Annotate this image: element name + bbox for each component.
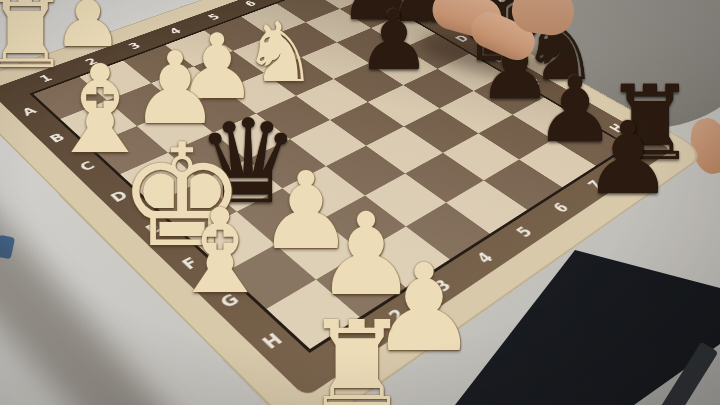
photo-scene: AA88BB77CC66DD55EE44FF33GG22HH11 ♜♟♝♟♟♞♚…: [0, 0, 720, 405]
label-file-b-bottom: B: [47, 132, 67, 145]
label-file-d-bottom: D: [108, 189, 130, 204]
label-file-g-top: G: [565, 98, 584, 109]
label-file-a-bottom: A: [20, 105, 39, 117]
label-rank-6-right: 6: [551, 201, 572, 215]
label-rank-7-right: 7: [585, 179, 605, 192]
label-file-h-top: H: [607, 122, 627, 134]
label-file-h-bottom: H: [259, 331, 285, 351]
label-rank-1-right: 1: [336, 338, 360, 357]
label-rank-8-right: 8: [618, 158, 638, 170]
label-rank-2-right: 2: [386, 307, 410, 325]
player-second-hand: [686, 114, 720, 177]
label-file-f-bottom: F: [179, 255, 201, 271]
label-rank-3-left: 3: [126, 41, 143, 50]
label-file-b-top: B: [388, 0, 404, 5]
label-rank-6-left: 6: [243, 0, 259, 8]
label-file-c-bottom: C: [77, 160, 97, 173]
label-rank-3-right: 3: [431, 277, 454, 294]
label-file-g-bottom: G: [217, 292, 242, 311]
label-rank-4-left: 4: [167, 27, 183, 36]
label-rank-4-right: 4: [474, 250, 496, 266]
label-rank-1-left: 1: [37, 73, 54, 83]
label-rank-5-left: 5: [206, 13, 222, 22]
label-rank-2-left: 2: [83, 57, 100, 67]
label-rank-5-right: 5: [514, 225, 535, 240]
label-file-e-bottom: E: [143, 221, 164, 236]
